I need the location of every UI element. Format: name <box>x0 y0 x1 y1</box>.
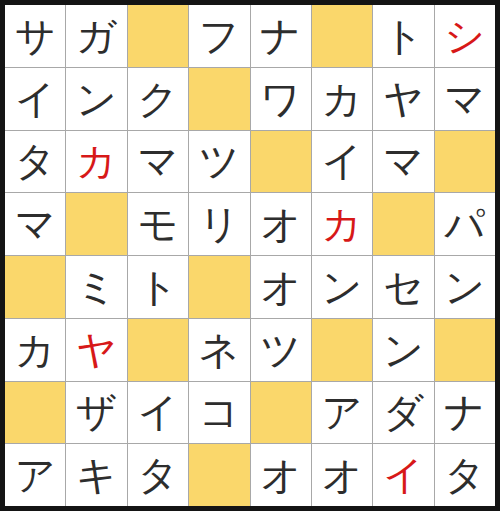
blocked-cell-r3c8 <box>435 131 495 193</box>
letter-cell-r4c5: オ <box>251 193 311 255</box>
letter-cell-r5c7: セ <box>373 256 433 318</box>
letter-cell-r2c6: カ <box>312 68 372 130</box>
letter-cell-r4c3: モ <box>128 193 188 255</box>
crossword-puzzle: サガフナトシインクワカヤマタカマツイママモリオカパミトオンセンカヤネツンザイコア… <box>0 0 500 511</box>
blocked-cell-r1c3 <box>128 5 188 67</box>
letter-cell-r1c2: ガ <box>66 5 126 67</box>
blocked-cell-r3c5 <box>251 131 311 193</box>
letter-cell-r8c6: オ <box>312 444 372 506</box>
letter-cell-r7c4: コ <box>189 382 249 444</box>
letter-cell-r4c1: マ <box>5 193 65 255</box>
letter-cell-r3c4: ツ <box>189 131 249 193</box>
letter-cell-r5c5: オ <box>251 256 311 318</box>
letter-cell-r5c8: ン <box>435 256 495 318</box>
blocked-cell-r2c4 <box>189 68 249 130</box>
letter-cell-r5c3: ト <box>128 256 188 318</box>
letter-cell-r2c8: マ <box>435 68 495 130</box>
letter-cell-r5c6: ン <box>312 256 372 318</box>
letter-cell-r3c7: マ <box>373 131 433 193</box>
letter-cell-r3c3: マ <box>128 131 188 193</box>
letter-cell-r8c2: キ <box>66 444 126 506</box>
blocked-cell-r6c8 <box>435 319 495 381</box>
blocked-cell-r5c1 <box>5 256 65 318</box>
blocked-cell-r7c5 <box>251 382 311 444</box>
letter-cell-r7c7: ダ <box>373 382 433 444</box>
letter-cell-r4c4: リ <box>189 193 249 255</box>
blocked-cell-r6c3 <box>128 319 188 381</box>
letter-cell-r8c1: ア <box>5 444 65 506</box>
letter-cell-r6c7: ン <box>373 319 433 381</box>
blocked-cell-r6c6 <box>312 319 372 381</box>
crossword-board: サガフナトシインクワカヤマタカマツイママモリオカパミトオンセンカヤネツンザイコア… <box>0 0 500 511</box>
letter-cell-r3c2: カ <box>66 131 126 193</box>
blocked-cell-r7c1 <box>5 382 65 444</box>
letter-cell-r4c6: カ <box>312 193 372 255</box>
letter-cell-r1c5: ナ <box>251 5 311 67</box>
blocked-cell-r4c7 <box>373 193 433 255</box>
letter-cell-r3c6: イ <box>312 131 372 193</box>
letter-cell-r7c8: ナ <box>435 382 495 444</box>
letter-cell-r2c2: ン <box>66 68 126 130</box>
letter-cell-r1c8: シ <box>435 5 495 67</box>
letter-cell-r7c6: ア <box>312 382 372 444</box>
letter-cell-r5c2: ミ <box>66 256 126 318</box>
letter-cell-r6c5: ツ <box>251 319 311 381</box>
letter-cell-r8c3: タ <box>128 444 188 506</box>
letter-cell-r2c1: イ <box>5 68 65 130</box>
letter-cell-r2c5: ワ <box>251 68 311 130</box>
blocked-cell-r4c2 <box>66 193 126 255</box>
letter-cell-r2c3: ク <box>128 68 188 130</box>
blocked-cell-r8c4 <box>189 444 249 506</box>
letter-cell-r4c8: パ <box>435 193 495 255</box>
blocked-cell-r1c6 <box>312 5 372 67</box>
letter-cell-r1c1: サ <box>5 5 65 67</box>
letter-cell-r1c7: ト <box>373 5 433 67</box>
letter-cell-r3c1: タ <box>5 131 65 193</box>
letter-cell-r6c2: ヤ <box>66 319 126 381</box>
letter-cell-r7c2: ザ <box>66 382 126 444</box>
letter-cell-r1c4: フ <box>189 5 249 67</box>
letter-cell-r8c5: オ <box>251 444 311 506</box>
letter-cell-r2c7: ヤ <box>373 68 433 130</box>
letter-cell-r8c8: タ <box>435 444 495 506</box>
letter-cell-r6c1: カ <box>5 319 65 381</box>
letter-cell-r7c3: イ <box>128 382 188 444</box>
letter-cell-r6c4: ネ <box>189 319 249 381</box>
letter-cell-r8c7: イ <box>373 444 433 506</box>
blocked-cell-r5c4 <box>189 256 249 318</box>
